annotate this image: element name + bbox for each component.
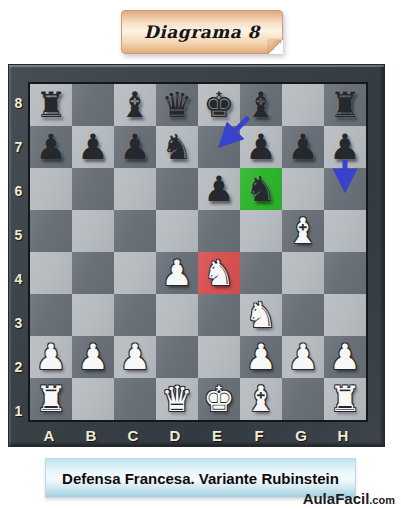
square-d8: ♛ bbox=[156, 84, 198, 126]
square-g5: ♝ bbox=[282, 210, 324, 252]
black-pawn-a7: ♟ bbox=[30, 126, 72, 168]
square-c2: ♟ bbox=[114, 336, 156, 378]
square-d2 bbox=[156, 336, 198, 378]
white-rook-a1: ♜ bbox=[30, 378, 72, 420]
black-bishop-f8: ♝ bbox=[240, 84, 282, 126]
square-e2 bbox=[198, 336, 240, 378]
black-rook-h8: ♜ bbox=[324, 84, 366, 126]
white-knight-f3: ♞ bbox=[240, 294, 282, 336]
square-a5 bbox=[30, 210, 72, 252]
square-c5 bbox=[114, 210, 156, 252]
square-b6 bbox=[72, 168, 114, 210]
black-pawn-f7: ♟ bbox=[240, 126, 282, 168]
black-knight-f6: ♞ bbox=[240, 168, 282, 210]
file-label-b: B bbox=[70, 424, 112, 448]
brand-name: AulaFacil bbox=[303, 490, 370, 507]
white-bishop-g5: ♝ bbox=[282, 210, 324, 252]
square-a6 bbox=[30, 168, 72, 210]
square-e7 bbox=[198, 126, 240, 168]
square-f6: ♞ bbox=[240, 168, 282, 210]
square-d1: ♛ bbox=[156, 378, 198, 420]
square-g2: ♟ bbox=[282, 336, 324, 378]
square-f3: ♞ bbox=[240, 294, 282, 336]
white-pawn-f2: ♟ bbox=[240, 336, 282, 378]
square-b2: ♟ bbox=[72, 336, 114, 378]
white-pawn-g2: ♟ bbox=[282, 336, 324, 378]
square-c3 bbox=[114, 294, 156, 336]
opening-name: Defensa Francesa. Variante Rubinstein bbox=[62, 470, 339, 487]
square-g4 bbox=[282, 252, 324, 294]
white-queen-d1: ♛ bbox=[156, 378, 198, 420]
square-e1: ♚ bbox=[198, 378, 240, 420]
square-e4: ♞ bbox=[198, 252, 240, 294]
file-label-e: E bbox=[196, 424, 238, 448]
square-d3 bbox=[156, 294, 198, 336]
square-f4 bbox=[240, 252, 282, 294]
square-h5 bbox=[324, 210, 366, 252]
square-h1: ♜ bbox=[324, 378, 366, 420]
file-label-g: G bbox=[280, 424, 322, 448]
white-rook-h1: ♜ bbox=[324, 378, 366, 420]
file-label-a: A bbox=[28, 424, 70, 448]
white-pawn-d4: ♟ bbox=[156, 252, 198, 294]
square-g1 bbox=[282, 378, 324, 420]
square-d7: ♞ bbox=[156, 126, 198, 168]
black-bishop-c8: ♝ bbox=[114, 84, 156, 126]
square-g3 bbox=[282, 294, 324, 336]
white-bishop-f1: ♝ bbox=[240, 378, 282, 420]
white-pawn-h2: ♟ bbox=[324, 336, 366, 378]
square-d6 bbox=[156, 168, 198, 210]
square-g8 bbox=[282, 84, 324, 126]
file-label-f: F bbox=[238, 424, 280, 448]
watermark: AulaFacil.com bbox=[303, 490, 395, 508]
brand-suffix: .com bbox=[369, 494, 395, 506]
square-d4: ♟ bbox=[156, 252, 198, 294]
board-grid: ♜♝♛♚♝♜♟♟♟♞♟♟♟♟♞♝♟♞♞♟♟♟♟♟♟♜♛♚♝♜ bbox=[28, 82, 368, 422]
white-pawn-c2: ♟ bbox=[114, 336, 156, 378]
square-b8 bbox=[72, 84, 114, 126]
white-pawn-b2: ♟ bbox=[72, 336, 114, 378]
rank-label-1: 1 bbox=[9, 390, 28, 432]
title-banner: Diagrama 8 bbox=[121, 10, 283, 54]
white-king-e1: ♚ bbox=[198, 378, 240, 420]
diagram-title: Diagrama 8 bbox=[144, 22, 260, 42]
square-a8: ♜ bbox=[30, 84, 72, 126]
rank-label-5: 5 bbox=[9, 214, 28, 256]
square-a2: ♟ bbox=[30, 336, 72, 378]
square-c8: ♝ bbox=[114, 84, 156, 126]
square-c7: ♟ bbox=[114, 126, 156, 168]
file-label-h: H bbox=[322, 424, 364, 448]
black-knight-d7: ♞ bbox=[156, 126, 198, 168]
square-c6 bbox=[114, 168, 156, 210]
rank-label-3: 3 bbox=[9, 302, 28, 344]
rank-label-4: 4 bbox=[9, 258, 28, 300]
square-g6 bbox=[282, 168, 324, 210]
square-f5 bbox=[240, 210, 282, 252]
black-queen-d8: ♛ bbox=[156, 84, 198, 126]
black-pawn-g7: ♟ bbox=[282, 126, 324, 168]
square-a4 bbox=[30, 252, 72, 294]
black-pawn-e6: ♟ bbox=[198, 168, 240, 210]
white-knight-e4: ♞ bbox=[198, 252, 240, 294]
square-h3 bbox=[324, 294, 366, 336]
square-c1 bbox=[114, 378, 156, 420]
square-f1: ♝ bbox=[240, 378, 282, 420]
square-f8: ♝ bbox=[240, 84, 282, 126]
file-labels: ABCDEFGH bbox=[28, 424, 368, 448]
square-h7: ♟ bbox=[324, 126, 366, 168]
file-label-c: C bbox=[112, 424, 154, 448]
file-label-d: D bbox=[154, 424, 196, 448]
page: Diagrama 8 87654321 ♜♝♛♚♝♜♟♟♟♞♟♟♟♟♞♝♟♞♞♟… bbox=[0, 0, 401, 509]
square-e5 bbox=[198, 210, 240, 252]
square-a3 bbox=[30, 294, 72, 336]
white-pawn-a2: ♟ bbox=[30, 336, 72, 378]
square-f2: ♟ bbox=[240, 336, 282, 378]
black-pawn-c7: ♟ bbox=[114, 126, 156, 168]
black-pawn-h7: ♟ bbox=[324, 126, 366, 168]
square-b4 bbox=[72, 252, 114, 294]
square-e6: ♟ bbox=[198, 168, 240, 210]
square-d5 bbox=[156, 210, 198, 252]
square-a1: ♜ bbox=[30, 378, 72, 420]
square-b3 bbox=[72, 294, 114, 336]
square-e8: ♚ bbox=[198, 84, 240, 126]
square-e3 bbox=[198, 294, 240, 336]
rank-label-6: 6 bbox=[9, 170, 28, 212]
chess-board-frame: 87654321 ♜♝♛♚♝♜♟♟♟♞♟♟♟♟♞♝♟♞♞♟♟♟♟♟♟♜♛♚♝♜ … bbox=[8, 64, 385, 447]
black-pawn-b7: ♟ bbox=[72, 126, 114, 168]
square-b5 bbox=[72, 210, 114, 252]
rank-label-7: 7 bbox=[9, 126, 28, 168]
rank-label-8: 8 bbox=[9, 82, 28, 124]
square-h8: ♜ bbox=[324, 84, 366, 126]
black-rook-a8: ♜ bbox=[30, 84, 72, 126]
square-a7: ♟ bbox=[30, 126, 72, 168]
square-h2: ♟ bbox=[324, 336, 366, 378]
square-h6 bbox=[324, 168, 366, 210]
square-b7: ♟ bbox=[72, 126, 114, 168]
square-c4 bbox=[114, 252, 156, 294]
square-b1 bbox=[72, 378, 114, 420]
rank-labels: 87654321 bbox=[9, 82, 28, 422]
rank-label-2: 2 bbox=[9, 346, 28, 388]
square-f7: ♟ bbox=[240, 126, 282, 168]
square-h4 bbox=[324, 252, 366, 294]
square-g7: ♟ bbox=[282, 126, 324, 168]
black-king-e8: ♚ bbox=[198, 84, 240, 126]
